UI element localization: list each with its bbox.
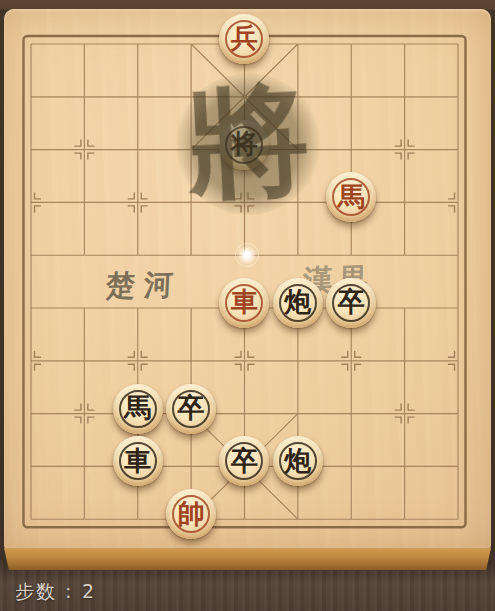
piece-black-general[interactable]: 将 bbox=[219, 120, 269, 170]
piece-glyph: 馬 bbox=[124, 394, 151, 421]
piece-layer: 兵将馬車炮卒馬卒車卒炮帥 bbox=[4, 18, 484, 546]
piece-black-pawn[interactable]: 卒 bbox=[326, 278, 376, 328]
piece-black-pawn[interactable]: 卒 bbox=[219, 436, 269, 486]
xiangqi-app: 楚河 漢界 兵将馬車炮卒馬卒車卒炮帥 將 步数：2 bbox=[0, 0, 495, 611]
piece-red-horse[interactable]: 馬 bbox=[326, 172, 376, 222]
piece-glyph: 兵 bbox=[231, 24, 258, 51]
piece-red-chariot[interactable]: 車 bbox=[219, 278, 269, 328]
piece-black-horse[interactable]: 馬 bbox=[113, 384, 163, 434]
board-front-edge bbox=[4, 548, 491, 570]
step-counter: 步数：2 bbox=[15, 579, 96, 605]
piece-black-cannon[interactable]: 炮 bbox=[273, 436, 323, 486]
piece-glyph: 車 bbox=[124, 447, 151, 474]
piece-red-general[interactable]: 帥 bbox=[166, 489, 216, 539]
step-counter-label: 步数 bbox=[15, 580, 57, 602]
piece-red-pawn[interactable]: 兵 bbox=[219, 14, 269, 64]
piece-glyph: 卒 bbox=[178, 394, 205, 421]
piece-glyph: 卒 bbox=[231, 447, 258, 474]
step-counter-separator: ： bbox=[59, 580, 80, 602]
piece-glyph: 炮 bbox=[284, 447, 311, 474]
piece-black-cannon[interactable]: 炮 bbox=[273, 278, 323, 328]
piece-black-pawn[interactable]: 卒 bbox=[166, 384, 216, 434]
piece-glyph: 卒 bbox=[338, 288, 365, 315]
piece-glyph: 炮 bbox=[284, 288, 311, 315]
piece-glyph: 車 bbox=[231, 288, 258, 315]
step-counter-value: 2 bbox=[82, 580, 96, 602]
piece-black-chariot[interactable]: 車 bbox=[113, 436, 163, 486]
piece-glyph: 将 bbox=[231, 130, 258, 157]
piece-glyph: 帥 bbox=[178, 500, 205, 527]
piece-glyph: 馬 bbox=[338, 183, 365, 210]
